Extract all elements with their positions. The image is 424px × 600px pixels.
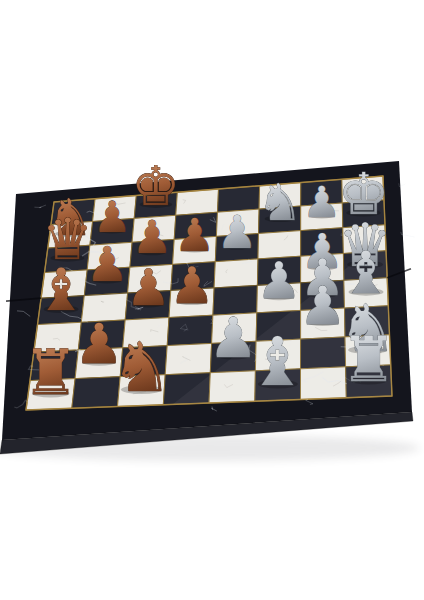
square-e5 — [214, 259, 258, 288]
piece-silver-knight-f7: ♞ — [257, 173, 303, 232]
square-d2 — [165, 343, 211, 374]
piece-silver-pawn-g7: ♟ — [302, 177, 340, 227]
piece-copper-pawn-c4: ♟ — [126, 258, 171, 317]
piece-copper-pawn-b7: ♟ — [93, 192, 131, 242]
piece-silver-pawn-f4: ♟ — [256, 251, 301, 310]
piece-copper-pawn-d4: ♟ — [169, 256, 214, 315]
piece-silver-pawn-e6: ♟ — [217, 206, 258, 259]
piece-copper-pawn-b5: ♟ — [86, 237, 129, 292]
piece-silver-rook-h1: ♜ — [341, 323, 397, 396]
piece-copper-king-c8: ♚ — [132, 155, 181, 218]
chess-board: ♚♞♟♞♟♚♛♟♟♟♟♟♛♝♟♟♟♟♝♟♟♟♞♜♞♝♜ — [0, 0, 424, 600]
piece-copper-rook-a1: ♜ — [23, 336, 79, 409]
square-d3 — [167, 315, 213, 345]
piece-copper-pawn-c6: ♟ — [132, 211, 173, 264]
piece-copper-knight-c1: ♞ — [111, 328, 172, 407]
piece-copper-pawn-d6: ♟ — [174, 209, 215, 262]
piece-silver-bishop-f1: ♝ — [248, 323, 308, 401]
product-photo-chess-set: ♚♞♟♞♟♚♛♟♟♟♟♟♛♝♟♟♟♟♝♟♟♟♞♜♞♝♜ chess — [0, 0, 424, 600]
